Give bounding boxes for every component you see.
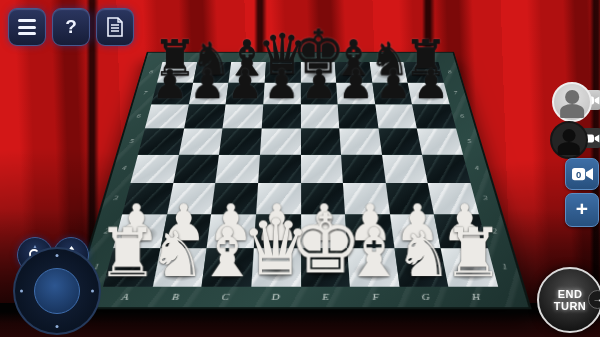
coord-label: F xyxy=(349,286,401,306)
coord-label: C xyxy=(199,286,251,306)
square-a7[interactable]: ♟ xyxy=(151,82,193,104)
square-g7[interactable]: ♟ xyxy=(372,82,412,104)
plus-icon: + xyxy=(576,197,588,221)
black-pawn[interactable]: ♟ xyxy=(301,65,337,103)
person-icon xyxy=(565,90,579,104)
question-mark-icon: ? xyxy=(65,16,77,38)
square-e7[interactable]: ♟ xyxy=(300,82,337,104)
square-d4[interactable] xyxy=(257,154,300,182)
square-e6[interactable] xyxy=(300,104,339,128)
black-pawn[interactable]: ♟ xyxy=(263,65,299,103)
help-button[interactable]: ? xyxy=(52,8,90,46)
square-h7[interactable]: ♟ xyxy=(408,82,450,104)
menu-button[interactable] xyxy=(8,8,46,46)
add-button[interactable]: + xyxy=(565,193,599,227)
square-a4[interactable] xyxy=(130,154,178,182)
square-a6[interactable] xyxy=(144,104,188,128)
player2-avatar-button[interactable] xyxy=(550,121,588,159)
black-pawn[interactable]: ♟ xyxy=(338,65,374,103)
coord-label: H xyxy=(448,286,503,306)
chess-board: ABCDEFGH ABCDEFGH 87654321 87654321 ♜♞♝♛… xyxy=(72,52,528,306)
square-f6[interactable] xyxy=(337,104,377,128)
person-icon xyxy=(563,129,576,142)
record-camera-icon: 0 xyxy=(572,167,593,181)
square-e4[interactable] xyxy=(300,154,343,182)
black-pawn[interactable]: ♟ xyxy=(189,65,225,103)
black-pawn[interactable]: ♟ xyxy=(226,65,262,103)
square-c7[interactable]: ♟ xyxy=(225,82,264,104)
white-knight[interactable]: ♞ xyxy=(395,224,452,284)
square-g4[interactable] xyxy=(381,154,427,182)
square-f4[interactable] xyxy=(341,154,385,182)
square-g1[interactable]: ♞ xyxy=(394,248,448,286)
square-e5[interactable] xyxy=(300,128,341,154)
square-c4[interactable] xyxy=(215,154,259,182)
square-h5[interactable] xyxy=(417,128,463,154)
square-c6[interactable] xyxy=(222,104,262,128)
hamburger-icon xyxy=(18,19,36,35)
black-pawn[interactable]: ♟ xyxy=(412,65,448,103)
board-squares: ♜♞♝♛♚♝♞♜♟♟♟♟♟♟♟♟♟♟♟♟♟♟♟♟♜♞♝♛♚♝♞♜ xyxy=(102,62,497,287)
coord-label: A xyxy=(97,286,152,306)
square-d7[interactable]: ♟ xyxy=(263,82,300,104)
joystick-dot xyxy=(56,325,59,328)
joystick-dot xyxy=(56,254,59,257)
square-b5[interactable] xyxy=(178,128,222,154)
square-g5[interactable] xyxy=(378,128,422,154)
square-b4[interactable] xyxy=(172,154,218,182)
square-f7[interactable]: ♟ xyxy=(336,82,375,104)
black-pawn[interactable]: ♟ xyxy=(152,65,188,103)
document-icon xyxy=(106,17,124,37)
square-b7[interactable]: ♟ xyxy=(188,82,228,104)
square-d6[interactable] xyxy=(261,104,300,128)
square-a5[interactable] xyxy=(138,128,184,154)
coord-label: B xyxy=(148,286,201,306)
square-b6[interactable] xyxy=(183,104,225,128)
game-screen: ABCDEFGH ABCDEFGH 87654321 87654321 ♜♞♝♛… xyxy=(0,0,600,337)
square-d5[interactable] xyxy=(259,128,300,154)
svg-text:0: 0 xyxy=(575,169,580,180)
coord-label: G xyxy=(399,286,452,306)
square-c1[interactable]: ♝ xyxy=(201,248,253,286)
file-labels-bottom: ABCDEFGH xyxy=(97,286,503,306)
joystick-dot xyxy=(20,290,23,293)
square-h4[interactable] xyxy=(422,154,470,182)
square-h6[interactable] xyxy=(412,104,456,128)
square-g6[interactable] xyxy=(375,104,417,128)
square-d1[interactable]: ♛ xyxy=(251,248,300,286)
coord-label: E xyxy=(300,286,351,306)
joystick-dot xyxy=(91,290,94,293)
coord-label: D xyxy=(249,286,300,306)
joystick-knob[interactable] xyxy=(34,268,80,314)
square-b1[interactable]: ♞ xyxy=(152,248,206,286)
square-f5[interactable] xyxy=(339,128,381,154)
white-knight[interactable]: ♞ xyxy=(149,224,206,284)
black-pawn[interactable]: ♟ xyxy=(375,65,411,103)
end-turn-arrow-icon: → xyxy=(588,290,600,309)
end-turn-button[interactable]: END TURN → xyxy=(537,267,600,333)
player1-avatar-button[interactable] xyxy=(552,82,592,122)
right-panel: 0 + xyxy=(540,80,600,230)
square-f1[interactable]: ♝ xyxy=(347,248,399,286)
end-turn-label: END TURN xyxy=(550,288,590,312)
square-c5[interactable] xyxy=(219,128,261,154)
moves-list-button[interactable] xyxy=(96,8,134,46)
camera-joystick[interactable] xyxy=(13,247,101,335)
record-button[interactable]: 0 xyxy=(565,158,599,190)
toolbar: ? xyxy=(8,8,134,46)
